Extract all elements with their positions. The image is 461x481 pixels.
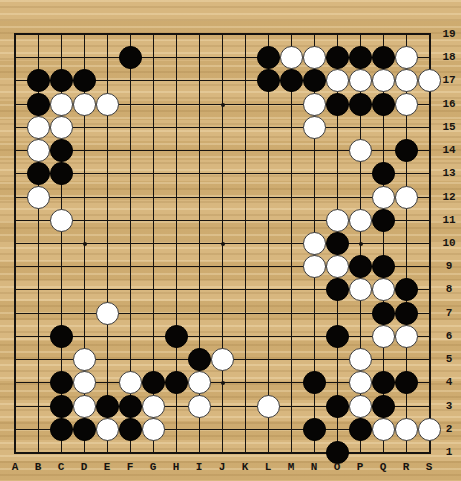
white-stone-C15 — [50, 116, 73, 139]
black-stone-N2 — [303, 418, 326, 441]
go-board[interactable]: ABCDEFGHIJKLMNOPQRS 19181716151413121110… — [0, 0, 461, 481]
white-stone-N10 — [303, 232, 326, 255]
hoshi-point — [83, 242, 87, 246]
white-stone-Q17 — [372, 69, 395, 92]
black-stone-Q11 — [372, 209, 395, 232]
white-stone-C11 — [50, 209, 73, 232]
white-stone-P8 — [349, 278, 372, 301]
black-stone-C4 — [50, 371, 73, 394]
white-stone-P3 — [349, 395, 372, 418]
row-label-6: 6 — [438, 330, 460, 342]
row-label-2: 2 — [438, 423, 460, 435]
white-stone-G3 — [142, 395, 165, 418]
black-stone-B16 — [27, 93, 50, 116]
white-stone-L3 — [257, 395, 280, 418]
hoshi-point — [221, 242, 225, 246]
black-stone-H4 — [165, 371, 188, 394]
white-stone-P17 — [349, 69, 372, 92]
white-stone-N15 — [303, 116, 326, 139]
column-label-D: D — [74, 461, 94, 473]
black-stone-C14 — [50, 139, 73, 162]
row-label-1: 1 — [438, 446, 460, 458]
row-label-14: 14 — [438, 144, 460, 156]
black-stone-N17 — [303, 69, 326, 92]
black-stone-P2 — [349, 418, 372, 441]
white-stone-P4 — [349, 371, 372, 394]
black-stone-C3 — [50, 395, 73, 418]
column-label-H: H — [166, 461, 186, 473]
row-label-10: 10 — [438, 237, 460, 249]
column-label-N: N — [304, 461, 324, 473]
white-stone-C16 — [50, 93, 73, 116]
white-stone-R12 — [395, 186, 418, 209]
white-stone-J5 — [211, 348, 234, 371]
white-stone-I3 — [188, 395, 211, 418]
white-stone-Q2 — [372, 418, 395, 441]
white-stone-E7 — [96, 302, 119, 325]
white-stone-R16 — [395, 93, 418, 116]
black-stone-H6 — [165, 325, 188, 348]
column-label-A: A — [5, 461, 25, 473]
row-label-13: 13 — [438, 167, 460, 179]
black-stone-C2 — [50, 418, 73, 441]
column-label-G: G — [143, 461, 163, 473]
white-stone-R6 — [395, 325, 418, 348]
black-stone-E3 — [96, 395, 119, 418]
black-stone-O18 — [326, 46, 349, 69]
black-stone-C6 — [50, 325, 73, 348]
white-stone-B14 — [27, 139, 50, 162]
black-stone-P18 — [349, 46, 372, 69]
black-stone-L17 — [257, 69, 280, 92]
white-stone-B12 — [27, 186, 50, 209]
white-stone-Q8 — [372, 278, 395, 301]
white-stone-M18 — [280, 46, 303, 69]
column-label-R: R — [396, 461, 416, 473]
black-stone-B13 — [27, 162, 50, 185]
black-stone-D2 — [73, 418, 96, 441]
white-stone-O11 — [326, 209, 349, 232]
black-stone-R7 — [395, 302, 418, 325]
black-stone-L18 — [257, 46, 280, 69]
column-label-O: O — [327, 461, 347, 473]
white-stone-N18 — [303, 46, 326, 69]
white-stone-D5 — [73, 348, 96, 371]
black-stone-O16 — [326, 93, 349, 116]
black-stone-Q18 — [372, 46, 395, 69]
white-stone-D16 — [73, 93, 96, 116]
white-stone-Q12 — [372, 186, 395, 209]
row-label-3: 3 — [438, 400, 460, 412]
column-label-K: K — [235, 461, 255, 473]
black-stone-M17 — [280, 69, 303, 92]
black-stone-C13 — [50, 162, 73, 185]
row-label-5: 5 — [438, 353, 460, 365]
white-stone-P14 — [349, 139, 372, 162]
white-stone-P11 — [349, 209, 372, 232]
black-stone-Q16 — [372, 93, 395, 116]
black-stone-F2 — [119, 418, 142, 441]
black-stone-Q3 — [372, 395, 395, 418]
white-stone-P5 — [349, 348, 372, 371]
black-stone-I5 — [188, 348, 211, 371]
column-label-L: L — [258, 461, 278, 473]
column-label-J: J — [212, 461, 232, 473]
row-label-4: 4 — [438, 376, 460, 388]
white-stone-D4 — [73, 371, 96, 394]
column-label-Q: Q — [373, 461, 393, 473]
row-label-18: 18 — [438, 51, 460, 63]
column-label-B: B — [28, 461, 48, 473]
row-label-9: 9 — [438, 260, 460, 272]
white-stone-Q6 — [372, 325, 395, 348]
column-label-C: C — [51, 461, 71, 473]
row-label-17: 17 — [438, 74, 460, 86]
white-stone-O17 — [326, 69, 349, 92]
white-stone-R2 — [395, 418, 418, 441]
black-stone-O3 — [326, 395, 349, 418]
white-stone-B15 — [27, 116, 50, 139]
white-stone-E2 — [96, 418, 119, 441]
black-stone-P9 — [349, 255, 372, 278]
hoshi-point — [221, 381, 225, 385]
white-stone-E16 — [96, 93, 119, 116]
row-label-19: 19 — [438, 28, 460, 40]
column-label-S: S — [419, 461, 439, 473]
column-label-F: F — [120, 461, 140, 473]
row-label-7: 7 — [438, 307, 460, 319]
black-stone-O8 — [326, 278, 349, 301]
black-stone-R4 — [395, 371, 418, 394]
black-stone-G4 — [142, 371, 165, 394]
black-stone-O10 — [326, 232, 349, 255]
row-label-15: 15 — [438, 121, 460, 133]
column-label-E: E — [97, 461, 117, 473]
white-stone-F4 — [119, 371, 142, 394]
black-stone-N4 — [303, 371, 326, 394]
hoshi-point — [359, 242, 363, 246]
black-stone-Q13 — [372, 162, 395, 185]
black-stone-Q7 — [372, 302, 395, 325]
column-label-M: M — [281, 461, 301, 473]
white-stone-I4 — [188, 371, 211, 394]
row-label-8: 8 — [438, 283, 460, 295]
white-stone-O9 — [326, 255, 349, 278]
column-label-I: I — [189, 461, 209, 473]
white-stone-D3 — [73, 395, 96, 418]
black-stone-C17 — [50, 69, 73, 92]
black-stone-B17 — [27, 69, 50, 92]
white-stone-N9 — [303, 255, 326, 278]
black-stone-F3 — [119, 395, 142, 418]
black-stone-O6 — [326, 325, 349, 348]
black-stone-Q4 — [372, 371, 395, 394]
black-stone-R8 — [395, 278, 418, 301]
row-label-16: 16 — [438, 98, 460, 110]
black-stone-D17 — [73, 69, 96, 92]
black-stone-F18 — [119, 46, 142, 69]
row-label-11: 11 — [438, 214, 460, 226]
black-stone-R14 — [395, 139, 418, 162]
black-stone-P16 — [349, 93, 372, 116]
hoshi-point — [221, 103, 225, 107]
white-stone-G2 — [142, 418, 165, 441]
white-stone-R17 — [395, 69, 418, 92]
black-stone-Q9 — [372, 255, 395, 278]
row-label-12: 12 — [438, 191, 460, 203]
column-label-P: P — [350, 461, 370, 473]
white-stone-N16 — [303, 93, 326, 116]
white-stone-R18 — [395, 46, 418, 69]
